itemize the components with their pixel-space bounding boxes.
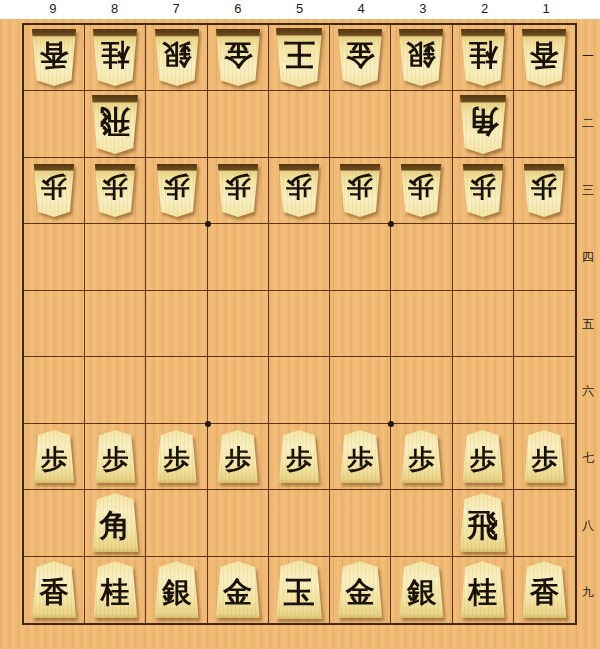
file-label-9: 9 [49,2,56,15]
sente-lance[interactable]: 香 [521,561,567,618]
piece-kanji: 歩 [470,440,496,472]
gote-bishop[interactable]: 角 [459,95,507,154]
sq-55[interactable] [269,291,330,357]
sq-23[interactable]: 歩 [453,158,514,224]
sq-86[interactable] [85,357,146,423]
sq-54[interactable] [269,224,330,290]
piece-tile: 香 [521,561,567,618]
sq-19[interactable]: 香 [514,557,575,623]
piece-kanji: 桂 [101,572,130,607]
sq-17[interactable]: 歩 [514,424,575,490]
sq-16[interactable] [514,357,575,423]
gote-pawn[interactable]: 歩 [462,164,504,217]
rank-label-6: 六 [582,382,594,399]
piece-kanji: 歩 [164,440,190,472]
sq-96[interactable] [24,357,85,423]
piece-tile: 玉 [275,560,323,619]
rank-label-8: 八 [582,516,594,533]
sq-62[interactable] [208,91,269,157]
gote-lance[interactable]: 香 [31,29,77,86]
gote-gold[interactable]: 金 [215,29,261,86]
piece-kanji: 歩 [41,440,67,472]
sq-61[interactable]: 金 [208,25,269,91]
rank-label-7: 七 [582,449,594,466]
piece-kanji: 桂 [101,40,130,75]
piece-kanji: 銀 [407,40,436,75]
sq-81[interactable]: 桂 [85,25,146,91]
sente-lance[interactable]: 香 [31,561,77,618]
piece-tile: 歩 [400,430,442,483]
piece-tile: 歩 [400,164,442,217]
piece-tile: 歩 [278,164,320,217]
piece-tile: 歩 [156,430,198,483]
piece-tile: 歩 [156,164,198,217]
sente-pawn[interactable]: 歩 [33,430,75,483]
piece-kanji: 王 [283,39,314,76]
piece-tile: 銀 [398,561,444,618]
piece-tile: 金 [337,29,383,86]
sq-35[interactable] [391,291,452,357]
piece-tile: 銀 [154,561,200,618]
rank-label-3: 三 [582,182,594,199]
sq-43[interactable]: 歩 [330,158,391,224]
sente-pawn[interactable]: 歩 [94,430,136,483]
sq-94[interactable] [24,224,85,290]
sq-33[interactable]: 歩 [391,158,452,224]
sq-49[interactable]: 金 [330,557,391,623]
piece-tile: 歩 [339,430,381,483]
piece-kanji: 歩 [408,440,434,472]
sq-42[interactable] [330,91,391,157]
piece-kanji: 香 [530,572,559,607]
sq-91[interactable]: 香 [24,25,85,91]
piece-tile: 角 [459,95,507,154]
piece-kanji: 歩 [102,175,128,207]
sq-15[interactable] [514,291,575,357]
sq-97[interactable]: 歩 [24,424,85,490]
gote-pawn[interactable]: 歩 [33,164,75,217]
piece-tile: 銀 [398,29,444,86]
piece-kanji: 歩 [531,440,557,472]
sq-78[interactable] [146,490,207,556]
sente-pawn[interactable]: 歩 [278,430,320,483]
piece-tile: 金 [337,561,383,618]
sq-21[interactable]: 桂 [453,25,514,91]
piece-kanji: 飛 [467,504,498,541]
piece-kanji: 歩 [470,175,496,207]
gote-silver[interactable]: 銀 [398,29,444,86]
piece-tile: 飛 [459,493,507,552]
sq-53[interactable]: 歩 [269,158,330,224]
sq-79[interactable]: 銀 [146,557,207,623]
file-label-8: 8 [111,2,118,15]
piece-kanji: 歩 [286,440,312,472]
rank-label-4: 四 [582,249,594,266]
sq-32[interactable] [391,91,452,157]
piece-tile: 歩 [94,164,136,217]
gote-rook[interactable]: 飛 [91,95,139,154]
piece-tile: 金 [215,29,261,86]
sq-37[interactable]: 歩 [391,424,452,490]
sq-45[interactable] [330,291,391,357]
piece-kanji: 歩 [408,175,434,207]
sq-77[interactable]: 歩 [146,424,207,490]
sq-59[interactable]: 玉 [269,557,330,623]
piece-kanji: 桂 [468,572,497,607]
piece-tile: 飛 [91,95,139,154]
piece-tile: 歩 [217,164,259,217]
sq-26[interactable] [453,357,514,423]
piece-tile: 王 [275,28,323,87]
piece-tile: 歩 [523,164,565,217]
sq-85[interactable] [85,291,146,357]
sq-29[interactable]: 桂 [453,557,514,623]
sente-king[interactable]: 玉 [275,560,323,619]
rank-label-2: 二 [582,115,594,132]
sente-knight[interactable]: 桂 [92,561,138,618]
sq-41[interactable]: 金 [330,25,391,91]
star-point [388,421,394,427]
sq-88[interactable]: 角 [85,490,146,556]
piece-tile: 金 [215,561,261,618]
piece-kanji: 香 [40,40,69,75]
piece-kanji: 歩 [225,175,251,207]
sq-67[interactable]: 歩 [208,424,269,490]
sq-27[interactable]: 歩 [453,424,514,490]
sq-87[interactable]: 歩 [85,424,146,490]
sq-48[interactable] [330,490,391,556]
piece-tile: 歩 [278,430,320,483]
sente-gold[interactable]: 金 [337,561,383,618]
piece-tile: 桂 [460,561,506,618]
sq-24[interactable] [453,224,514,290]
sq-57[interactable]: 歩 [269,424,330,490]
piece-tile: 香 [31,561,77,618]
rank-label-5: 五 [582,316,594,333]
piece-tile: 歩 [462,430,504,483]
sq-64[interactable] [208,224,269,290]
sq-38[interactable] [391,490,452,556]
sente-pawn[interactable]: 歩 [156,430,198,483]
file-label-3: 3 [419,2,426,15]
piece-kanji: 歩 [286,175,312,207]
sente-pawn[interactable]: 歩 [462,430,504,483]
sq-18[interactable] [514,490,575,556]
piece-kanji: 金 [346,40,375,75]
gote-pawn[interactable]: 歩 [339,164,381,217]
sq-36[interactable] [391,357,452,423]
file-label-5: 5 [296,2,303,15]
sq-14[interactable] [514,224,575,290]
piece-tile: 歩 [217,430,259,483]
sq-84[interactable] [85,224,146,290]
sq-44[interactable] [330,224,391,290]
sq-52[interactable] [269,91,330,157]
sq-58[interactable] [269,490,330,556]
sente-gold[interactable]: 金 [215,561,261,618]
file-labels-row: 987654321 [0,0,600,19]
sq-92[interactable] [24,91,85,157]
sq-56[interactable] [269,357,330,423]
sq-51[interactable]: 王 [269,25,330,91]
piece-kanji: 玉 [283,571,314,608]
piece-tile: 歩 [94,430,136,483]
sq-39[interactable]: 銀 [391,557,452,623]
sq-22[interactable]: 角 [453,91,514,157]
sente-pawn[interactable]: 歩 [400,430,442,483]
sq-71[interactable]: 銀 [146,25,207,91]
piece-tile: 歩 [33,164,75,217]
sente-bishop[interactable]: 角 [91,493,139,552]
piece-tile: 歩 [462,164,504,217]
piece-kanji: 金 [223,572,252,607]
piece-kanji: 銀 [162,40,191,75]
sq-82[interactable]: 飛 [85,91,146,157]
sq-47[interactable]: 歩 [330,424,391,490]
piece-kanji: 桂 [468,40,497,75]
piece-tile: 香 [521,29,567,86]
file-label-1: 1 [543,2,550,15]
file-label-2: 2 [481,2,488,15]
sente-silver[interactable]: 銀 [154,561,200,618]
sq-12[interactable] [514,91,575,157]
piece-kanji: 歩 [347,175,373,207]
sq-28[interactable]: 飛 [453,490,514,556]
gote-knight[interactable]: 桂 [92,29,138,86]
sq-76[interactable] [146,357,207,423]
gote-knight[interactable]: 桂 [460,29,506,86]
sente-pawn[interactable]: 歩 [217,430,259,483]
sq-11[interactable]: 香 [514,25,575,91]
sq-72[interactable] [146,91,207,157]
star-point [205,421,211,427]
file-label-7: 7 [173,2,180,15]
piece-kanji: 角 [467,106,498,143]
gote-pawn[interactable]: 歩 [523,164,565,217]
piece-kanji: 銀 [407,572,436,607]
piece-tile: 桂 [92,29,138,86]
gote-pawn[interactable]: 歩 [217,164,259,217]
gote-gold[interactable]: 金 [337,29,383,86]
sente-knight[interactable]: 桂 [460,561,506,618]
sq-73[interactable]: 歩 [146,158,207,224]
sq-65[interactable] [208,291,269,357]
sq-93[interactable]: 歩 [24,158,85,224]
piece-kanji: 金 [223,40,252,75]
rank-label-9: 九 [582,583,594,600]
piece-kanji: 歩 [225,440,251,472]
piece-kanji: 歩 [164,175,190,207]
sq-69[interactable]: 金 [208,557,269,623]
sq-68[interactable] [208,490,269,556]
piece-tile: 角 [91,493,139,552]
piece-kanji: 歩 [347,440,373,472]
piece-kanji: 歩 [41,175,67,207]
piece-kanji: 飛 [100,106,131,143]
sq-25[interactable] [453,291,514,357]
sq-66[interactable] [208,357,269,423]
piece-tile: 歩 [33,430,75,483]
gote-pawn[interactable]: 歩 [400,164,442,217]
shogi-board: 香桂銀金王金銀桂香飛角歩歩歩歩歩歩歩歩歩歩歩歩歩歩歩歩歩歩角飛香桂銀金玉金銀桂香 [22,23,577,625]
sq-75[interactable] [146,291,207,357]
sq-13[interactable]: 歩 [514,158,575,224]
gote-king[interactable]: 王 [275,28,323,87]
file-label-4: 4 [358,2,365,15]
sq-99[interactable]: 香 [24,557,85,623]
sq-63[interactable]: 歩 [208,158,269,224]
piece-tile: 歩 [339,164,381,217]
sente-rook[interactable]: 飛 [459,493,507,552]
piece-tile: 歩 [523,430,565,483]
sq-83[interactable]: 歩 [85,158,146,224]
star-point [388,221,394,227]
piece-kanji: 香 [530,40,559,75]
sq-89[interactable]: 桂 [85,557,146,623]
piece-tile: 銀 [154,29,200,86]
gote-pawn[interactable]: 歩 [278,164,320,217]
sq-31[interactable]: 銀 [391,25,452,91]
piece-kanji: 香 [40,572,69,607]
gote-lance[interactable]: 香 [521,29,567,86]
piece-kanji: 歩 [102,440,128,472]
sente-silver[interactable]: 銀 [398,561,444,618]
piece-kanji: 銀 [162,572,191,607]
piece-kanji: 金 [346,572,375,607]
sente-pawn[interactable]: 歩 [339,430,381,483]
piece-tile: 香 [31,29,77,86]
gote-pawn[interactable]: 歩 [156,164,198,217]
sente-pawn[interactable]: 歩 [523,430,565,483]
sq-98[interactable] [24,490,85,556]
sq-46[interactable] [330,357,391,423]
sq-74[interactable] [146,224,207,290]
piece-tile: 桂 [92,561,138,618]
gote-pawn[interactable]: 歩 [94,164,136,217]
gote-silver[interactable]: 銀 [154,29,200,86]
sq-95[interactable] [24,291,85,357]
piece-tile: 桂 [460,29,506,86]
shogi-board-screenshot: 987654321 香桂銀金王金銀桂香飛角歩歩歩歩歩歩歩歩歩歩歩歩歩歩歩歩歩歩角… [0,0,600,649]
piece-kanji: 角 [100,504,131,541]
file-label-6: 6 [234,2,241,15]
sq-34[interactable] [391,224,452,290]
piece-kanji: 歩 [531,175,557,207]
star-point [205,221,211,227]
rank-label-1: 一 [582,48,594,65]
